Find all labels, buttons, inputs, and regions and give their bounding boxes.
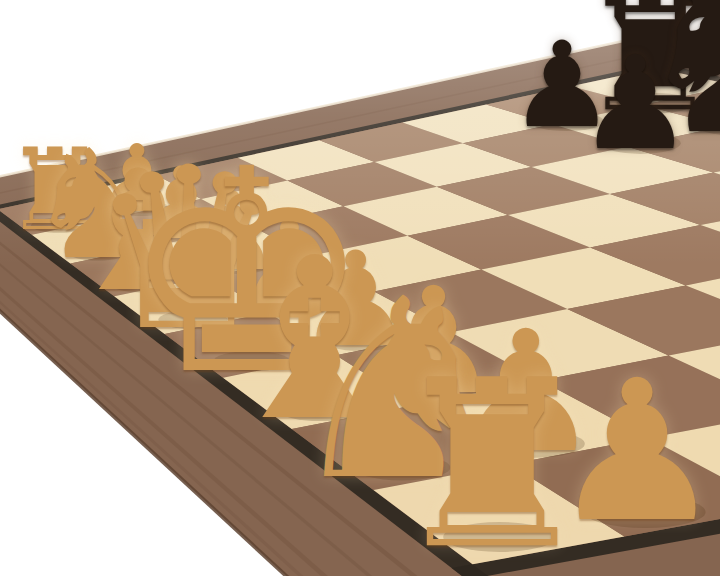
atmospheric-haze xyxy=(0,0,720,576)
piece-white-bishop-c1: ♝ xyxy=(63,149,212,315)
board-border xyxy=(0,31,720,576)
piece-white-rook-a1: ♜ xyxy=(4,134,106,247)
piece-white-pawn-c2: ♟ xyxy=(183,178,280,286)
piece-white-rook-h1: ♜ xyxy=(388,350,596,576)
piece-white-pawn-d2: ♟ xyxy=(236,205,342,323)
piece-white-pawn-f2: ♟ xyxy=(368,269,500,416)
piece-black-pawn-a7: ♟ xyxy=(509,26,615,145)
piece-white-pawn-a2: ♟ xyxy=(95,133,178,226)
piece-white-pawn-g2: ♟ xyxy=(451,309,601,477)
piece-black-rook-a8: ♜ xyxy=(579,0,720,134)
piece-black-knight-b8: ♞ xyxy=(633,0,720,165)
piece-white-knight-b1: ♞ xyxy=(26,130,161,281)
piece-white-knight-g1: ♞ xyxy=(284,266,507,515)
piece-white-pawn-h2: ♟ xyxy=(550,355,720,550)
photo-stage: ♜♞♝♛♚♝♞♜♟♟♟♟♟♟♟♟♜♞♟♟ xyxy=(0,0,720,576)
piece-white-king-e1: ♚ xyxy=(121,133,373,414)
pieces-layer: ♜♞♝♛♚♝♞♜♟♟♟♟♟♟♟♟♜♞♟♟ xyxy=(0,0,720,576)
board-inlay-line xyxy=(0,63,720,576)
piece-white-queen-d1: ♛ xyxy=(88,138,289,362)
chess-board xyxy=(0,0,720,576)
piece-white-pawn-e2: ♟ xyxy=(297,235,414,366)
board-squares xyxy=(0,68,720,564)
piece-shadows xyxy=(31,93,720,552)
piece-white-bishop-f1: ♝ xyxy=(214,228,414,452)
piece-white-pawn-b2: ♟ xyxy=(137,154,226,254)
piece-black-pawn-b7: ♟ xyxy=(578,39,694,168)
